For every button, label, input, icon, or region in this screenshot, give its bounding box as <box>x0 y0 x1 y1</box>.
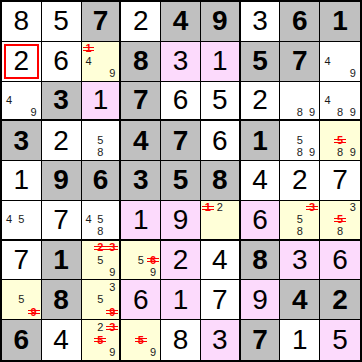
cell-r7c2[interactable]: 1 <box>42 241 82 281</box>
cell-r6c9[interactable]: 358 <box>320 201 360 241</box>
candidate: 4 <box>321 94 334 106</box>
cell-r3c1[interactable]: 49 <box>2 82 42 122</box>
cell-r3c6[interactable]: 5 <box>201 82 241 122</box>
given-digit: 1 <box>53 246 69 274</box>
candidate-eliminated: 3 <box>106 242 118 254</box>
candidate: 9 <box>147 346 159 359</box>
solved-digit: 1 <box>133 206 149 234</box>
given-digit: 7 <box>292 47 308 75</box>
solved-digit: 8 <box>14 7 30 35</box>
cell-r4c1[interactable]: 3 <box>2 121 42 161</box>
cell-r1c4[interactable]: 2 <box>121 2 161 42</box>
candidate-grid: 45 <box>2 201 41 239</box>
cell-r3c7[interactable]: 2 <box>241 82 281 122</box>
cell-r9c2[interactable]: 4 <box>42 320 82 360</box>
candidate: 9 <box>306 147 318 159</box>
candidate: 5 <box>94 294 106 306</box>
cell-r8c5[interactable]: 1 <box>161 280 201 320</box>
candidate-eliminated: 9 <box>106 306 118 318</box>
given-digit: 8 <box>252 246 268 274</box>
candidate: 4 <box>83 55 95 67</box>
cell-r4c7[interactable]: 1 <box>241 121 281 161</box>
given-digit: 1 <box>252 127 268 155</box>
candidate: 8 <box>294 147 306 159</box>
cell-r6c8[interactable]: 358 <box>280 201 320 241</box>
cell-r4c3[interactable]: 58 <box>82 121 122 161</box>
solved-digit: 2 <box>133 7 149 35</box>
candidate-eliminated: 6 <box>147 254 159 266</box>
candidate-grid: 59 <box>2 280 41 319</box>
solved-digit: 2 <box>252 86 268 114</box>
solved-digit: 9 <box>252 286 268 314</box>
cell-r9c4[interactable]: 59 <box>121 320 161 360</box>
candidate-grid: 12 <box>201 201 239 239</box>
candidate-eliminated: 5 <box>334 135 347 147</box>
candidate-eliminated: 5 <box>94 334 106 347</box>
given-digit: 7 <box>93 7 109 35</box>
given-digit: 3 <box>133 166 149 194</box>
cell-r4c6[interactable]: 6 <box>201 121 241 161</box>
candidate-eliminated: 5 <box>135 334 147 347</box>
cell-r3c4[interactable]: 7 <box>121 82 161 122</box>
cell-r5c6[interactable]: 8 <box>201 161 241 201</box>
cell-r2c8[interactable]: 7 <box>280 42 320 82</box>
candidate: 4 <box>83 214 95 226</box>
candidate: 5 <box>94 214 106 226</box>
cell-r1c8[interactable]: 6 <box>280 2 320 42</box>
solved-digit: 6 <box>173 86 189 114</box>
cell-r6c6[interactable]: 12 <box>201 201 241 241</box>
candidate: 9 <box>106 67 118 79</box>
cell-r2c5[interactable]: 3 <box>161 42 201 82</box>
cell-r4c5[interactable]: 7 <box>161 121 201 161</box>
candidate-eliminated: 1 <box>202 202 214 214</box>
cell-r5c3[interactable]: 6 <box>82 161 122 201</box>
candidate: 3 <box>346 202 359 214</box>
cell-r4c8[interactable]: 589 <box>280 121 320 161</box>
given-digit: 6 <box>14 326 30 354</box>
cell-r2c9[interactable]: 49 <box>320 42 360 82</box>
candidate: 2 <box>94 321 106 334</box>
candidate-eliminated: 3 <box>306 202 318 214</box>
solved-digit: 3 <box>212 326 228 354</box>
solved-digit: 7 <box>212 286 228 314</box>
cell-r5c5[interactable]: 5 <box>161 161 201 201</box>
candidate: 4 <box>321 55 334 67</box>
given-digit: 5 <box>173 166 189 194</box>
candidate-grid: 358 <box>320 201 360 239</box>
candidate-grid: 359 <box>82 280 120 319</box>
cell-r4c9[interactable]: 589 <box>320 121 360 161</box>
cell-r1c7[interactable]: 3 <box>241 2 281 42</box>
solved-digit: 2 <box>173 246 189 274</box>
cell-r9c8[interactable]: 1 <box>280 320 320 360</box>
cell-r6c1[interactable]: 45 <box>2 201 42 241</box>
given-digit: 3 <box>14 127 30 155</box>
solved-digit: 2 <box>53 127 69 155</box>
solved-digit: 6 <box>332 246 348 274</box>
cell-r8c8[interactable]: 4 <box>280 280 320 320</box>
candidate: 9 <box>346 147 359 159</box>
solved-digit: 9 <box>173 206 189 234</box>
given-digit: 3 <box>53 86 69 114</box>
given-digit: 2 <box>332 286 348 314</box>
cell-r2c2[interactable]: 6 <box>42 42 82 82</box>
candidate: 9 <box>306 106 318 118</box>
solved-digit: 4 <box>252 166 268 194</box>
cell-r6c7[interactable]: 6 <box>241 201 281 241</box>
cell-r8c4[interactable]: 6 <box>121 280 161 320</box>
cell-r8c6[interactable]: 7 <box>201 280 241 320</box>
given-digit: 8 <box>53 286 69 314</box>
cell-r1c6[interactable]: 9 <box>201 2 241 42</box>
cell-r7c5[interactable]: 2 <box>161 241 201 281</box>
solved-digit: 6 <box>212 127 228 155</box>
candidate-grid: 149 <box>82 42 120 81</box>
candidate: 5 <box>94 135 106 147</box>
sudoku-board: 8572493612614983157494931765289489325847… <box>0 0 362 362</box>
candidate: 9 <box>346 67 359 79</box>
candidate: 5 <box>15 294 27 306</box>
candidate: 9 <box>147 266 159 278</box>
candidate: 4 <box>3 94 15 106</box>
cell-r1c3[interactable]: 7 <box>82 2 122 42</box>
solved-digit: 7 <box>14 246 30 274</box>
solved-digit: 6 <box>133 286 149 314</box>
cell-r9c3[interactable]: 2359 <box>82 320 122 360</box>
given-digit: 7 <box>173 127 189 155</box>
candidate-eliminated: 9 <box>28 306 40 318</box>
candidate: 9 <box>28 106 40 118</box>
cell-r9c9[interactable]: 5 <box>320 320 360 360</box>
solved-digit: 7 <box>332 166 348 194</box>
candidate: 2 <box>214 202 226 214</box>
solved-digit: 7 <box>53 206 69 234</box>
candidate: 5 <box>135 254 147 266</box>
candidate-grid: 49 <box>2 82 41 120</box>
cell-r6c3[interactable]: 458 <box>82 201 122 241</box>
candidate: 8 <box>294 106 306 118</box>
given-digit: 1 <box>332 7 348 35</box>
cell-r7c7[interactable]: 8 <box>241 241 281 281</box>
candidate-grid: 489 <box>320 82 360 120</box>
candidate: 5 <box>94 254 106 266</box>
cell-r8c2[interactable]: 8 <box>42 280 82 320</box>
candidate-grid: 2359 <box>82 320 120 360</box>
solved-digit: 4 <box>53 326 69 354</box>
solved-digit: 1 <box>212 47 228 75</box>
given-digit: 4 <box>133 127 149 155</box>
cell-r2c4[interactable]: 8 <box>121 42 161 82</box>
candidate: 5 <box>294 214 306 226</box>
given-digit: 8 <box>212 166 228 194</box>
solved-digit: 5 <box>53 7 69 35</box>
cell-r5c9[interactable]: 7 <box>320 161 360 201</box>
cell-r3c5[interactable]: 6 <box>161 82 201 122</box>
candidate: 5 <box>294 135 306 147</box>
cell-r8c3[interactable]: 359 <box>82 280 122 320</box>
solved-digit: 3 <box>292 246 308 274</box>
candidate: 9 <box>106 266 118 278</box>
cell-r5c8[interactable]: 2 <box>280 161 320 201</box>
cell-r8c9[interactable]: 2 <box>320 280 360 320</box>
cell-r6c5[interactable]: 9 <box>161 201 201 241</box>
solved-digit: 6 <box>252 206 268 234</box>
cell-r1c5[interactable]: 4 <box>161 2 201 42</box>
cell-r6c2[interactable]: 7 <box>42 201 82 241</box>
candidate-grid: 89 <box>280 82 319 120</box>
cell-r5c4[interactable]: 3 <box>121 161 161 201</box>
solved-digit: 5 <box>332 326 348 354</box>
candidate: 5 <box>15 214 27 226</box>
cell-r3c3[interactable]: 1 <box>82 82 122 122</box>
given-digit: 5 <box>252 47 268 75</box>
cell-r5c1[interactable]: 1 <box>2 161 42 201</box>
cell-r4c4[interactable]: 4 <box>121 121 161 161</box>
given-digit: 4 <box>173 7 189 35</box>
candidate-grid: 569 <box>121 241 160 280</box>
cell-r7c8[interactable]: 3 <box>280 241 320 281</box>
given-digit: 9 <box>212 7 228 35</box>
cell-r8c7[interactable]: 9 <box>241 280 281 320</box>
cell-r1c2[interactable]: 5 <box>42 2 82 42</box>
candidate-grid: 458 <box>82 201 120 239</box>
cell-r4c2[interactable]: 2 <box>42 121 82 161</box>
cell-r7c3[interactable]: 2359 <box>82 241 122 281</box>
candidate: 3 <box>106 281 118 293</box>
solved-digit: 2 <box>14 47 30 75</box>
solved-digit: 3 <box>173 47 189 75</box>
cell-r3c8[interactable]: 89 <box>280 82 320 122</box>
candidate-grid: 49 <box>320 42 360 81</box>
solved-digit: 6 <box>53 47 69 75</box>
given-digit: 7 <box>133 86 149 114</box>
cell-r9c5[interactable]: 8 <box>161 320 201 360</box>
cell-r2c3[interactable]: 149 <box>82 42 122 82</box>
cell-r1c9[interactable]: 1 <box>320 2 360 42</box>
candidate: 9 <box>346 106 359 118</box>
cell-r2c6[interactable]: 1 <box>201 42 241 82</box>
candidate-grid: 589 <box>320 121 360 160</box>
candidate: 8 <box>294 226 306 238</box>
given-digit: 9 <box>53 166 69 194</box>
given-digit: 4 <box>292 286 308 314</box>
cell-r7c1[interactable]: 7 <box>2 241 42 281</box>
cell-r7c6[interactable]: 4 <box>201 241 241 281</box>
cell-r3c2[interactable]: 3 <box>42 82 82 122</box>
given-digit: 7 <box>252 326 268 354</box>
candidate-eliminated: 5 <box>334 214 347 226</box>
candidate-grid: 589 <box>280 121 319 160</box>
cell-r8c1[interactable]: 59 <box>2 280 42 320</box>
solved-digit: 1 <box>292 326 308 354</box>
candidate-grid: 2359 <box>82 241 120 280</box>
given-digit: 6 <box>292 7 308 35</box>
candidate-eliminated: 2 <box>94 242 106 254</box>
candidate: 9 <box>106 346 118 359</box>
solved-digit: 2 <box>292 166 308 194</box>
candidate-grid: 59 <box>121 320 160 360</box>
candidate-grid: 358 <box>280 201 319 239</box>
cell-r9c1[interactable]: 6 <box>2 320 42 360</box>
candidate: 8 <box>334 147 347 159</box>
candidate: 8 <box>94 147 106 159</box>
solved-digit: 4 <box>212 246 228 274</box>
solved-digit: 1 <box>14 166 30 194</box>
given-digit: 8 <box>133 47 149 75</box>
solved-digit: 1 <box>173 286 189 314</box>
candidate: 8 <box>334 106 347 118</box>
solved-digit: 1 <box>93 86 109 114</box>
candidate: 4 <box>3 214 15 226</box>
candidate: 8 <box>334 226 347 238</box>
cell-r2c1[interactable]: 2 <box>2 42 42 82</box>
cell-r2c7[interactable]: 5 <box>241 42 281 82</box>
cell-r5c2[interactable]: 9 <box>42 161 82 201</box>
cell-r7c9[interactable]: 6 <box>320 241 360 281</box>
solved-digit: 5 <box>212 86 228 114</box>
cell-r9c6[interactable]: 3 <box>201 320 241 360</box>
candidate-grid: 58 <box>82 121 120 160</box>
cell-r5c7[interactable]: 4 <box>241 161 281 201</box>
cell-r6c4[interactable]: 1 <box>121 201 161 241</box>
given-digit: 6 <box>93 166 109 194</box>
candidate-eliminated: 3 <box>106 321 118 334</box>
solved-digit: 8 <box>173 326 189 354</box>
candidate: 8 <box>94 226 106 238</box>
candidate-eliminated: 1 <box>83 43 95 55</box>
solved-digit: 3 <box>252 7 268 35</box>
cell-r9c7[interactable]: 7 <box>241 320 281 360</box>
cell-r3c9[interactable]: 489 <box>320 82 360 122</box>
cell-r7c4[interactable]: 569 <box>121 241 161 281</box>
cell-r1c1[interactable]: 8 <box>2 2 42 42</box>
